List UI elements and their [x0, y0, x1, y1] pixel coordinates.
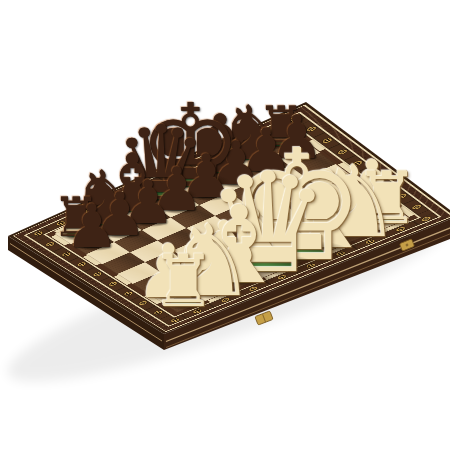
chess-set-product-photo: ♜♞♝♛♚♝♞♜♟♟♟♟♟♟♟♟♟♟♟♟♟♟♟♟♜♞♝♛♚♝♞♜ — [0, 0, 450, 450]
border-plaque — [72, 202, 106, 219]
brass-medallion-ornament — [219, 297, 232, 303]
brass-medallion-ornament — [136, 300, 149, 306]
border-plaque — [44, 215, 78, 231]
brass-medallion-ornament — [91, 271, 104, 278]
border-plaque — [145, 306, 170, 320]
brass-medallion-ornament — [59, 251, 72, 258]
brass-medallion-ornament — [363, 238, 377, 245]
brass-medallion-ornament — [151, 310, 164, 316]
brass-medallion-ornament — [333, 250, 347, 257]
brass-medallion-ornament — [350, 160, 364, 168]
brass-medallion-ornament — [43, 241, 56, 248]
brass-medallion-ornament — [106, 281, 119, 288]
brass-medallion-ornament — [395, 193, 409, 200]
brass-medallion-ornament — [75, 261, 88, 268]
brass-medallion-ornament — [335, 148, 349, 156]
brass-medallion-ornament — [169, 317, 182, 323]
brass-medallion-ornament — [365, 171, 379, 179]
brass-medallion-ornament — [32, 230, 45, 237]
border-plaque — [217, 136, 254, 154]
brass-medallion-ornament — [419, 215, 433, 222]
border-plaque — [100, 190, 135, 207]
border-plaque — [128, 177, 163, 194]
brass-medallion-ornament — [380, 182, 394, 189]
brass-medallion-ornament — [110, 194, 124, 201]
border-plaque — [403, 199, 430, 215]
brass-medallion-ornament — [247, 285, 260, 292]
brass-medallion-ornament — [168, 168, 182, 176]
brass-medallion-ornament — [259, 128, 274, 136]
brass-medallion-ornament — [139, 181, 153, 188]
brass-medallion-ornament — [121, 290, 134, 296]
brass-medallion-ornament — [304, 262, 318, 269]
brass-medallion-ornament — [393, 226, 407, 233]
border-plaque — [187, 150, 223, 168]
border-plaque — [157, 163, 193, 181]
brass-medallion-ornament — [319, 137, 334, 145]
brass-medallion-ornament — [191, 308, 204, 314]
brass-medallion-ornament — [54, 220, 68, 227]
brass-medallion-ornament — [409, 204, 423, 211]
brass-medallion-ornament — [228, 141, 242, 149]
brass-medallion-ornament — [285, 116, 300, 124]
border-plaque — [248, 122, 285, 140]
brass-medallion-ornament — [275, 274, 288, 281]
brass-medallion-ornament — [198, 155, 212, 163]
brass-medallion-ornament — [304, 125, 319, 133]
brass-medallion-ornament — [82, 207, 96, 214]
